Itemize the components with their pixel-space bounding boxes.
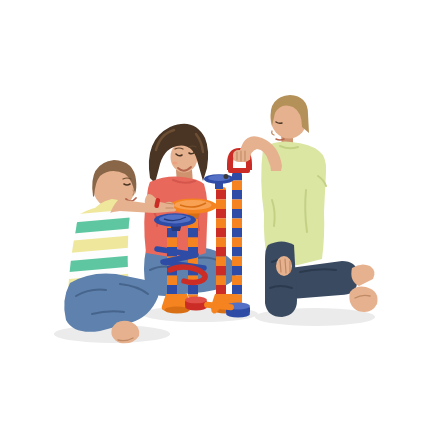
girl-blush xyxy=(172,161,177,164)
red-base-bottom xyxy=(185,304,207,311)
scene-illustration xyxy=(0,0,430,430)
column-d xyxy=(232,172,242,305)
column-c xyxy=(216,187,226,297)
red-base-top xyxy=(185,297,207,304)
boy-right-ear xyxy=(293,119,300,129)
base-disc-red xyxy=(185,297,207,311)
photo-canvas xyxy=(0,0,430,430)
boy-right-thigh-jeans xyxy=(265,242,297,318)
blue-tray-inner xyxy=(159,215,191,224)
blue-base-bottom xyxy=(226,311,250,318)
marble xyxy=(224,174,229,179)
boy-right-shin-jeans xyxy=(290,261,358,299)
boy-left-ear xyxy=(98,187,106,198)
white-backdrop xyxy=(0,0,430,430)
